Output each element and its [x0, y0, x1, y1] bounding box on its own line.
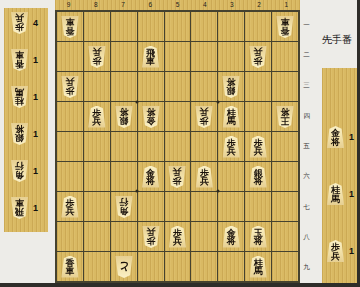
piece-kanji: 歩: [173, 176, 182, 185]
piece-kanji: 将: [227, 78, 236, 87]
board-cell-3三[interactable]: 銀将: [218, 72, 244, 101]
board-cell-6五[interactable]: [138, 132, 164, 161]
hand-piece-entry[interactable]: 角行1: [10, 160, 48, 182]
board-cell-7九[interactable]: と: [111, 252, 137, 281]
board-cell-5一[interactable]: [165, 12, 191, 41]
board-cell-9三[interactable]: 歩兵: [57, 72, 83, 101]
board-cell-4四[interactable]: 歩兵: [191, 102, 217, 131]
board-cell-9八[interactable]: [57, 222, 83, 251]
shogi-piece[interactable]: 金将: [141, 106, 160, 128]
piece-kanji: 車: [15, 199, 24, 208]
board-cell-4六[interactable]: 歩兵: [191, 162, 217, 191]
shogi-piece[interactable]: 飛車: [10, 197, 29, 219]
shogi-piece[interactable]: 桂馬: [326, 183, 345, 205]
hand-piece-entry[interactable]: 香車1: [10, 49, 48, 71]
shogi-piece[interactable]: 香車: [10, 49, 29, 71]
board-cell-8二[interactable]: 歩兵: [84, 42, 110, 71]
turn-indicator: 先手番: [316, 33, 358, 47]
board-cell-4七[interactable]: [191, 192, 217, 221]
piece-kanji: 兵: [146, 228, 155, 237]
board-cell-6七[interactable]: [138, 192, 164, 221]
piece-kanji: 兵: [65, 207, 74, 216]
board-cell-9一[interactable]: 香車: [57, 12, 83, 41]
piece-count: 1: [33, 129, 38, 139]
piece-kanji: 兵: [92, 48, 101, 57]
shogi-piece[interactable]: 金将: [141, 166, 160, 188]
piece-count: 1: [33, 55, 38, 65]
rank-label: 四: [301, 101, 312, 131]
piece-kanji: 兵: [92, 117, 101, 126]
piece-kanji: 歩: [15, 23, 24, 32]
file-label: 4: [191, 0, 218, 10]
piece-count: 1: [33, 92, 38, 102]
piece-kanji: 車: [146, 57, 155, 66]
rank-label: 五: [301, 131, 312, 161]
piece-kanji: 兵: [227, 147, 236, 156]
board-cell-5四[interactable]: [165, 102, 191, 131]
board-cell-5五[interactable]: [165, 132, 191, 161]
board-cell-2七[interactable]: [245, 192, 271, 221]
piece-kanji: 歩: [200, 116, 209, 125]
shogi-piece[interactable]: 歩兵: [10, 12, 29, 34]
board-cell-4一[interactable]: [191, 12, 217, 41]
board-cell-6三[interactable]: [138, 72, 164, 101]
board-cell-9六[interactable]: [57, 162, 83, 191]
rank-label: 二: [301, 40, 312, 70]
file-label: 6: [137, 0, 164, 10]
shogi-piece[interactable]: 香車: [276, 16, 295, 38]
board-cell-3四[interactable]: 桂馬: [218, 102, 244, 131]
piece-count: 1: [33, 203, 38, 213]
file-label: 7: [109, 0, 136, 10]
board-cell-2二[interactable]: 歩兵: [245, 42, 271, 71]
board-cell-6四[interactable]: 金将: [138, 102, 164, 131]
window-edge: [0, 283, 360, 287]
board-cell-2九[interactable]: 桂馬: [245, 252, 271, 281]
piece-kanji: 角: [119, 206, 128, 215]
board-cell-1四[interactable]: 王将: [272, 102, 298, 131]
board-cell-8三[interactable]: [84, 72, 110, 101]
board-cell-5六[interactable]: 歩兵: [165, 162, 191, 191]
board-cell-1六[interactable]: [272, 162, 298, 191]
file-label: 2: [246, 0, 273, 10]
shogi-piece[interactable]: 歩兵: [326, 240, 345, 262]
shogi-piece[interactable]: 歩兵: [60, 196, 79, 218]
star-point: [136, 100, 139, 103]
board-cell-8九[interactable]: [84, 252, 110, 281]
shogi-piece[interactable]: 歩兵: [168, 226, 187, 248]
board-cell-6九[interactable]: [138, 252, 164, 281]
board-cell-8六[interactable]: [84, 162, 110, 191]
board-cell-6二[interactable]: 飛車: [138, 42, 164, 71]
board-cell-4三[interactable]: [191, 72, 217, 101]
board-cell-3二[interactable]: [218, 42, 244, 71]
file-labels: 987654321: [55, 0, 300, 10]
piece-kanji: 銀: [227, 86, 236, 95]
board-cell-9四[interactable]: [57, 102, 83, 131]
board-area: 987654321 香車香車歩兵飛車歩兵歩兵銀将歩兵銀将金将歩兵桂馬王将歩兵歩兵…: [55, 0, 300, 283]
file-label: 9: [55, 0, 82, 10]
board-cell-8七[interactable]: [84, 192, 110, 221]
gote-captured-tray: 歩兵4香車1桂馬1銀将1角行1飛車1: [4, 8, 48, 232]
board-cell-8四[interactable]: 歩兵: [84, 102, 110, 131]
shogi-piece[interactable]: 歩兵: [60, 76, 79, 98]
piece-kanji: 車: [65, 267, 74, 276]
shogi-piece[interactable]: 金将: [326, 126, 345, 148]
shogi-piece[interactable]: 歩兵: [249, 136, 268, 158]
piece-count: 1: [349, 246, 354, 256]
piece-kanji: 兵: [200, 108, 209, 117]
shogi-piece[interactable]: 歩兵: [141, 226, 160, 248]
piece-kanji: 歩: [92, 56, 101, 65]
piece-kanji: 歩: [254, 56, 263, 65]
board-cell-5三[interactable]: [165, 72, 191, 101]
shogi-piece[interactable]: 香車: [60, 16, 79, 38]
piece-kanji: 行: [119, 198, 128, 207]
piece-kanji: 将: [254, 177, 263, 186]
shogi-piece[interactable]: 銀将: [222, 76, 241, 98]
shogi-piece[interactable]: 歩兵: [195, 106, 214, 128]
board-cell-7五[interactable]: [111, 132, 137, 161]
star-point: [216, 190, 219, 193]
shogi-app-window: 歩兵4香車1桂馬1銀将1角行1飛車1 987654321 香車香車歩兵飛車歩兵歩…: [0, 0, 360, 287]
file-label: 5: [164, 0, 191, 10]
shogi-piece[interactable]: 玉将: [249, 226, 268, 248]
board-cell-6八[interactable]: 歩兵: [138, 222, 164, 251]
board-cell-7二[interactable]: [111, 42, 137, 71]
board-cell-1五[interactable]: [272, 132, 298, 161]
piece-kanji: 歩: [146, 236, 155, 245]
board-cell-6六[interactable]: 金将: [138, 162, 164, 191]
board-cell-2八[interactable]: 玉将: [245, 222, 271, 251]
piece-kanji: 馬: [331, 195, 340, 204]
board-cell-5八[interactable]: 歩兵: [165, 222, 191, 251]
piece-kanji: 兵: [254, 147, 263, 156]
shogi-piece[interactable]: 桂馬: [249, 256, 268, 278]
piece-kanji: 馬: [254, 267, 263, 276]
piece-kanji: 王: [281, 116, 290, 125]
piece-kanji: 将: [281, 108, 290, 117]
shogi-piece[interactable]: 銀将: [249, 166, 268, 188]
piece-kanji: 飛: [15, 208, 24, 217]
piece-count: 1: [33, 166, 38, 176]
board-cell-3九[interactable]: [218, 252, 244, 281]
board-cell-3一[interactable]: [218, 12, 244, 41]
board-cell-5七[interactable]: [165, 192, 191, 221]
board-cell-2六[interactable]: 銀将: [245, 162, 271, 191]
board-cell-6一[interactable]: [138, 12, 164, 41]
piece-kanji: 兵: [254, 48, 263, 57]
board-cell-8五[interactable]: [84, 132, 110, 161]
piece-kanji: 馬: [15, 88, 24, 97]
shogi-piece[interactable]: 銀将: [114, 106, 133, 128]
shogi-piece[interactable]: と: [114, 256, 133, 278]
shogi-piece[interactable]: 王将: [276, 106, 295, 128]
shogi-piece[interactable]: 金将: [222, 226, 241, 248]
board-cell-4二[interactable]: [191, 42, 217, 71]
piece-kanji: 香: [65, 26, 74, 35]
board-cell-1二[interactable]: [272, 42, 298, 71]
rank-label: 九: [301, 253, 312, 283]
board: 香車香車歩兵飛車歩兵歩兵銀将歩兵銀将金将歩兵桂馬王将歩兵歩兵金将歩兵歩兵銀将歩兵…: [55, 10, 300, 283]
board-cell-3六[interactable]: [218, 162, 244, 191]
board-cell-1八[interactable]: [272, 222, 298, 251]
board-cell-7七[interactable]: 角行: [111, 192, 137, 221]
board-cell-5九[interactable]: [165, 252, 191, 281]
board-cell-4五[interactable]: [191, 132, 217, 161]
board-cell-3八[interactable]: 金将: [218, 222, 244, 251]
rank-label: 七: [301, 192, 312, 222]
shogi-piece[interactable]: 歩兵: [87, 46, 106, 68]
board-cell-1九[interactable]: [272, 252, 298, 281]
piece-kanji: 将: [227, 237, 236, 246]
hand-piece-entry[interactable]: 金将1: [326, 126, 357, 148]
piece-kanji: 車: [65, 18, 74, 27]
star-point: [216, 100, 219, 103]
shogi-piece[interactable]: 角行: [10, 160, 29, 182]
piece-kanji: 将: [254, 237, 263, 246]
board-cell-9七[interactable]: 歩兵: [57, 192, 83, 221]
piece-kanji: 将: [119, 108, 128, 117]
board-cell-7一[interactable]: [111, 12, 137, 41]
hand-piece-entry[interactable]: 桂馬1: [10, 86, 48, 108]
hand-piece-entry[interactable]: 銀将1: [10, 123, 48, 145]
shogi-piece[interactable]: 歩兵: [87, 106, 106, 128]
rank-label: 一: [301, 10, 312, 40]
board-cell-7八[interactable]: [111, 222, 137, 251]
piece-count: 1: [349, 132, 354, 142]
file-label: 8: [82, 0, 109, 10]
board-cell-7四[interactable]: 銀将: [111, 102, 137, 131]
hand-piece-entry[interactable]: 歩兵4: [10, 12, 48, 34]
rank-label: 六: [301, 162, 312, 192]
board-cell-2五[interactable]: 歩兵: [245, 132, 271, 161]
shogi-piece[interactable]: 歩兵: [195, 166, 214, 188]
piece-kanji: 金: [146, 116, 155, 125]
board-cell-8一[interactable]: [84, 12, 110, 41]
shogi-piece[interactable]: 桂馬: [10, 86, 29, 108]
shogi-piece[interactable]: 歩兵: [222, 136, 241, 158]
piece-kanji: 兵: [173, 237, 182, 246]
piece-count: 4: [33, 18, 38, 28]
board-cell-4九[interactable]: [191, 252, 217, 281]
shogi-piece[interactable]: 飛車: [141, 46, 160, 68]
hand-piece-entry[interactable]: 歩兵1: [326, 240, 357, 262]
sente-captured-tray: 金将1桂馬1歩兵1: [322, 68, 357, 283]
board-cell-3七[interactable]: [218, 192, 244, 221]
piece-kanji: 車: [281, 18, 290, 27]
piece-kanji: 兵: [15, 14, 24, 23]
piece-kanji: 兵: [200, 177, 209, 186]
board-cell-7三[interactable]: [111, 72, 137, 101]
piece-kanji: と: [118, 261, 129, 272]
piece-kanji: 行: [15, 162, 24, 171]
hand-piece-entry[interactable]: 飛車1: [10, 197, 48, 219]
rank-label: 八: [301, 222, 312, 252]
piece-kanji: 兵: [331, 252, 340, 261]
shogi-piece[interactable]: 角行: [114, 196, 133, 218]
board-cell-2一[interactable]: [245, 12, 271, 41]
piece-kanji: 香: [15, 60, 24, 69]
piece-kanji: 銀: [119, 116, 128, 125]
rank-labels: 一二三四五六七八九: [301, 10, 312, 283]
shogi-piece[interactable]: 歩兵: [249, 46, 268, 68]
board-cell-4八[interactable]: [191, 222, 217, 251]
piece-kanji: 兵: [173, 168, 182, 177]
piece-kanji: 香: [281, 26, 290, 35]
piece-kanji: 歩: [65, 86, 74, 95]
shogi-piece[interactable]: 桂馬: [222, 106, 241, 128]
piece-kanji: 将: [15, 125, 24, 134]
piece-kanji: 兵: [65, 78, 74, 87]
piece-kanji: 将: [146, 177, 155, 186]
board-cell-3五[interactable]: 歩兵: [218, 132, 244, 161]
shogi-piece[interactable]: 香車: [60, 256, 79, 278]
piece-kanji: 車: [15, 51, 24, 60]
board-cell-1七[interactable]: [272, 192, 298, 221]
board-cell-9五[interactable]: [57, 132, 83, 161]
rank-label: 三: [301, 71, 312, 101]
piece-kanji: 馬: [227, 117, 236, 126]
shogi-piece[interactable]: 歩兵: [168, 166, 187, 188]
board-cell-8八[interactable]: [84, 222, 110, 251]
shogi-piece[interactable]: 銀将: [10, 123, 29, 145]
board-cell-9二[interactable]: [57, 42, 83, 71]
piece-kanji: 銀: [15, 134, 24, 143]
piece-kanji: 角: [15, 171, 24, 180]
file-label: 1: [273, 0, 300, 10]
piece-count: 1: [349, 189, 354, 199]
piece-kanji: 将: [331, 138, 340, 147]
board-cell-1一[interactable]: 香車: [272, 12, 298, 41]
piece-kanji: 桂: [15, 97, 24, 106]
board-cell-7六[interactable]: [111, 162, 137, 191]
piece-kanji: 将: [146, 108, 155, 117]
board-cell-5二[interactable]: [165, 42, 191, 71]
board-cell-2三[interactable]: [245, 72, 271, 101]
board-cell-1三[interactable]: [272, 72, 298, 101]
hand-piece-entry[interactable]: 桂馬1: [326, 183, 357, 205]
file-label: 3: [218, 0, 245, 10]
board-cell-9九[interactable]: 香車: [57, 252, 83, 281]
board-cell-2四[interactable]: [245, 102, 271, 131]
star-point: [136, 190, 139, 193]
